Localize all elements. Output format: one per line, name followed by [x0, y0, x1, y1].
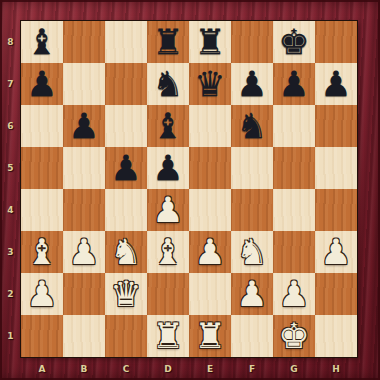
square-d4[interactable]: ♟ [147, 189, 189, 231]
square-d2[interactable] [147, 273, 189, 315]
piece-black-knight[interactable]: ♞ [152, 63, 183, 105]
square-h2[interactable] [315, 273, 357, 315]
piece-black-king[interactable]: ♚ [278, 21, 309, 63]
rank-label-2: 2 [0, 273, 21, 315]
file-label-g: G [273, 357, 315, 380]
square-g7[interactable]: ♟ [273, 63, 315, 105]
square-g6[interactable] [273, 105, 315, 147]
piece-white-pawn[interactable]: ♟ [194, 231, 225, 273]
square-b7[interactable] [63, 63, 105, 105]
square-h5[interactable] [315, 147, 357, 189]
file-labels: ABCDEFGH [21, 357, 357, 380]
piece-black-pawn[interactable]: ♟ [278, 63, 309, 105]
rank-label-7: 7 [0, 63, 21, 105]
square-f4[interactable] [231, 189, 273, 231]
piece-black-queen[interactable]: ♛ [194, 63, 225, 105]
piece-white-pawn[interactable]: ♟ [236, 273, 267, 315]
square-h3[interactable]: ♟ [315, 231, 357, 273]
square-f3[interactable]: ♞ [231, 231, 273, 273]
file-label-e: E [189, 357, 231, 380]
chess-board: ♝♜♜♚♟♞♛♟♟♟♟♝♞♟♟♟♝♟♞♝♟♞♟♟♛♟♟♜♜♚ [21, 21, 357, 357]
square-e1[interactable]: ♜ [189, 315, 231, 357]
piece-white-bishop[interactable]: ♝ [26, 231, 57, 273]
piece-white-knight[interactable]: ♞ [236, 231, 267, 273]
square-a5[interactable] [21, 147, 63, 189]
piece-black-bishop[interactable]: ♝ [26, 21, 57, 63]
square-e3[interactable]: ♟ [189, 231, 231, 273]
square-e6[interactable] [189, 105, 231, 147]
file-label-b: B [63, 357, 105, 380]
square-h4[interactable] [315, 189, 357, 231]
square-f2[interactable]: ♟ [231, 273, 273, 315]
square-a6[interactable] [21, 105, 63, 147]
rank-label-8: 8 [0, 21, 21, 63]
piece-white-pawn[interactable]: ♟ [152, 189, 183, 231]
square-f6[interactable]: ♞ [231, 105, 273, 147]
square-b8[interactable] [63, 21, 105, 63]
square-e4[interactable] [189, 189, 231, 231]
square-b3[interactable]: ♟ [63, 231, 105, 273]
piece-black-pawn[interactable]: ♟ [320, 63, 351, 105]
rank-label-4: 4 [0, 189, 21, 231]
square-h6[interactable] [315, 105, 357, 147]
piece-black-pawn[interactable]: ♟ [152, 147, 183, 189]
square-c6[interactable] [105, 105, 147, 147]
piece-white-queen[interactable]: ♛ [110, 273, 141, 315]
square-b1[interactable] [63, 315, 105, 357]
square-a8[interactable]: ♝ [21, 21, 63, 63]
square-b2[interactable] [63, 273, 105, 315]
piece-black-pawn[interactable]: ♟ [26, 63, 57, 105]
file-label-a: A [21, 357, 63, 380]
rank-label-6: 6 [0, 105, 21, 147]
square-d1[interactable]: ♜ [147, 315, 189, 357]
square-d8[interactable]: ♜ [147, 21, 189, 63]
piece-white-pawn[interactable]: ♟ [26, 273, 57, 315]
square-e8[interactable]: ♜ [189, 21, 231, 63]
piece-white-rook[interactable]: ♜ [194, 315, 225, 357]
square-c8[interactable] [105, 21, 147, 63]
square-e7[interactable]: ♛ [189, 63, 231, 105]
rank-labels: 87654321 [0, 21, 21, 357]
square-b6[interactable]: ♟ [63, 105, 105, 147]
square-a7[interactable]: ♟ [21, 63, 63, 105]
square-f7[interactable]: ♟ [231, 63, 273, 105]
square-a4[interactable] [21, 189, 63, 231]
square-f1[interactable] [231, 315, 273, 357]
square-h7[interactable]: ♟ [315, 63, 357, 105]
piece-black-bishop[interactable]: ♝ [152, 105, 183, 147]
piece-black-pawn[interactable]: ♟ [68, 105, 99, 147]
square-c3[interactable]: ♞ [105, 231, 147, 273]
square-e2[interactable] [189, 273, 231, 315]
file-label-f: F [231, 357, 273, 380]
piece-white-rook[interactable]: ♜ [152, 315, 183, 357]
square-c1[interactable] [105, 315, 147, 357]
file-label-d: D [147, 357, 189, 380]
square-a2[interactable]: ♟ [21, 273, 63, 315]
piece-black-knight[interactable]: ♞ [236, 105, 267, 147]
square-h8[interactable] [315, 21, 357, 63]
square-g8[interactable]: ♚ [273, 21, 315, 63]
square-h1[interactable] [315, 315, 357, 357]
rank-label-3: 3 [0, 231, 21, 273]
piece-white-bishop[interactable]: ♝ [152, 231, 183, 273]
piece-white-pawn[interactable]: ♟ [320, 231, 351, 273]
square-d6[interactable]: ♝ [147, 105, 189, 147]
square-b4[interactable] [63, 189, 105, 231]
piece-white-king[interactable]: ♚ [278, 315, 309, 357]
square-c5[interactable]: ♟ [105, 147, 147, 189]
square-e5[interactable] [189, 147, 231, 189]
square-b5[interactable] [63, 147, 105, 189]
square-a3[interactable]: ♝ [21, 231, 63, 273]
rank-label-1: 1 [0, 315, 21, 357]
square-g2[interactable]: ♟ [273, 273, 315, 315]
square-g5[interactable] [273, 147, 315, 189]
square-c2[interactable]: ♛ [105, 273, 147, 315]
square-g3[interactable] [273, 231, 315, 273]
square-g4[interactable] [273, 189, 315, 231]
file-label-h: H [315, 357, 357, 380]
piece-black-pawn[interactable]: ♟ [236, 63, 267, 105]
piece-white-pawn[interactable]: ♟ [68, 231, 99, 273]
square-a1[interactable] [21, 315, 63, 357]
square-c4[interactable] [105, 189, 147, 231]
square-d7[interactable]: ♞ [147, 63, 189, 105]
piece-black-rook[interactable]: ♜ [194, 21, 225, 63]
piece-white-pawn[interactable]: ♟ [278, 273, 309, 315]
rank-label-5: 5 [0, 147, 21, 189]
square-g1[interactable]: ♚ [273, 315, 315, 357]
piece-white-knight[interactable]: ♞ [110, 231, 141, 273]
square-f8[interactable] [231, 21, 273, 63]
square-c7[interactable] [105, 63, 147, 105]
square-f5[interactable] [231, 147, 273, 189]
piece-black-rook[interactable]: ♜ [152, 21, 183, 63]
chess-board-frame: 87654321 ♝♜♜♚♟♞♛♟♟♟♟♝♞♟♟♟♝♟♞♝♟♞♟♟♛♟♟♜♜♚ … [0, 0, 380, 380]
square-d5[interactable]: ♟ [147, 147, 189, 189]
file-label-c: C [105, 357, 147, 380]
piece-black-pawn[interactable]: ♟ [110, 147, 141, 189]
square-d3[interactable]: ♝ [147, 231, 189, 273]
